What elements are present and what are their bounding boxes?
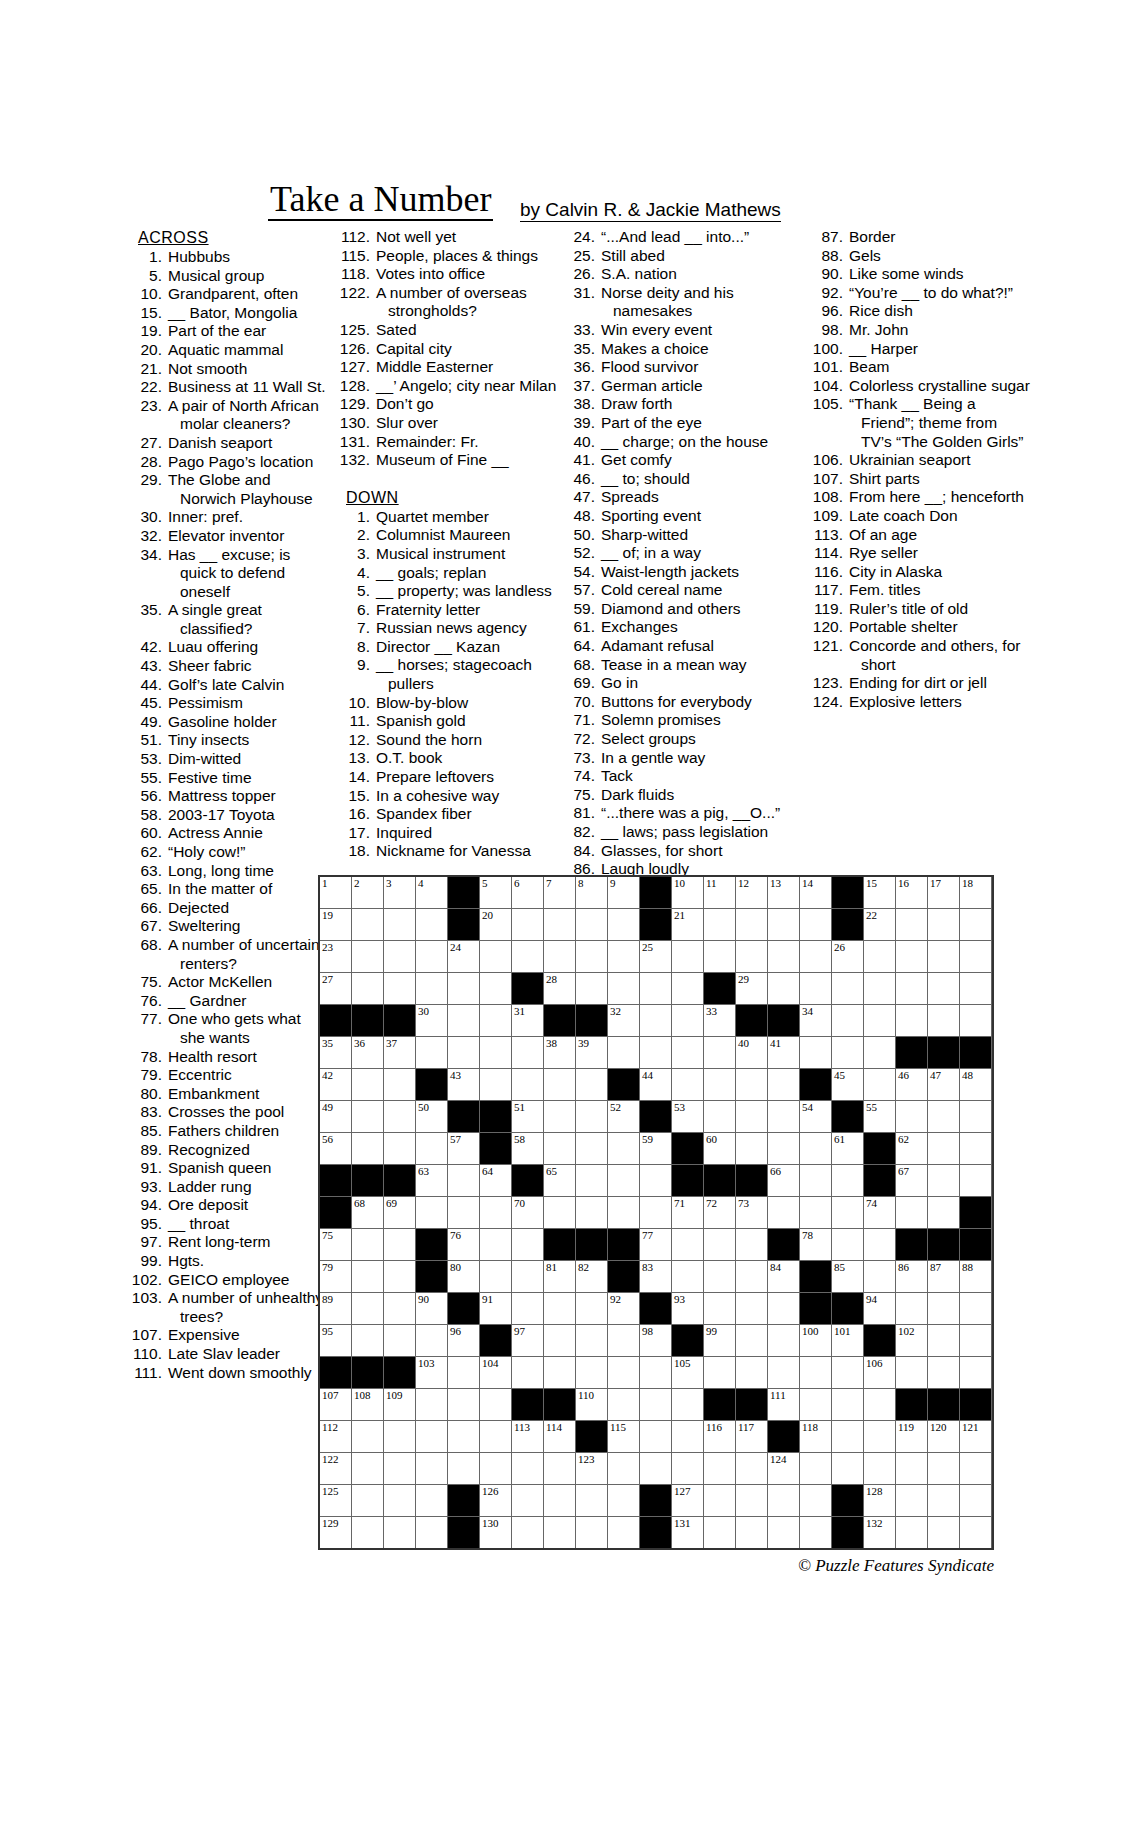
grid-cell[interactable]: [416, 1485, 447, 1516]
grid-cell[interactable]: [928, 1005, 959, 1036]
grid-cell[interactable]: 6: [512, 877, 543, 908]
grid-cell[interactable]: [416, 973, 447, 1004]
grid-cell[interactable]: [960, 1517, 991, 1548]
grid-cell[interactable]: 41: [768, 1037, 799, 1068]
grid-cell[interactable]: [608, 1485, 639, 1516]
grid-cell[interactable]: 78: [800, 1229, 831, 1260]
grid-cell[interactable]: 69: [384, 1197, 415, 1228]
grid-cell[interactable]: [800, 941, 831, 972]
grid-cell[interactable]: [832, 1357, 863, 1388]
grid-cell[interactable]: [864, 973, 895, 1004]
grid-cell[interactable]: [480, 1421, 511, 1452]
grid-cell[interactable]: [448, 973, 479, 1004]
grid-cell[interactable]: 109: [384, 1389, 415, 1420]
grid-cell[interactable]: [448, 1421, 479, 1452]
grid-cell[interactable]: 68: [352, 1197, 383, 1228]
grid-cell[interactable]: [608, 1357, 639, 1388]
grid-cell[interactable]: [544, 1357, 575, 1388]
grid-cell[interactable]: 12: [736, 877, 767, 908]
grid-cell[interactable]: [800, 1197, 831, 1228]
grid-cell[interactable]: 52: [608, 1101, 639, 1132]
grid-cell[interactable]: [960, 1165, 991, 1196]
grid-cell[interactable]: [928, 1293, 959, 1324]
grid-cell[interactable]: [448, 1357, 479, 1388]
grid-cell[interactable]: 110: [576, 1389, 607, 1420]
grid-cell[interactable]: [864, 1453, 895, 1484]
grid-cell[interactable]: [544, 1133, 575, 1164]
grid-cell[interactable]: [480, 1069, 511, 1100]
grid-cell[interactable]: [832, 1229, 863, 1260]
grid-cell[interactable]: 83: [640, 1261, 671, 1292]
grid-cell[interactable]: [448, 1165, 479, 1196]
grid-cell[interactable]: [768, 1101, 799, 1132]
grid-cell[interactable]: [704, 1069, 735, 1100]
grid-cell[interactable]: 81: [544, 1261, 575, 1292]
grid-cell[interactable]: 100: [800, 1325, 831, 1356]
grid-cell[interactable]: 24: [448, 941, 479, 972]
grid-cell[interactable]: [960, 1485, 991, 1516]
grid-cell[interactable]: 108: [352, 1389, 383, 1420]
grid-cell[interactable]: [640, 1197, 671, 1228]
grid-cell[interactable]: 21: [672, 909, 703, 940]
grid-cell[interactable]: 9: [608, 877, 639, 908]
grid-cell[interactable]: [544, 1325, 575, 1356]
grid-cell[interactable]: [768, 1325, 799, 1356]
grid-cell[interactable]: 2: [352, 877, 383, 908]
grid-cell[interactable]: [928, 1453, 959, 1484]
grid-cell[interactable]: [608, 909, 639, 940]
grid-cell[interactable]: [768, 1293, 799, 1324]
grid-cell[interactable]: [608, 1517, 639, 1548]
grid-cell[interactable]: [768, 1069, 799, 1100]
grid-cell[interactable]: 16: [896, 877, 927, 908]
grid-cell[interactable]: 72: [704, 1197, 735, 1228]
grid-cell[interactable]: [384, 909, 415, 940]
grid-cell[interactable]: [768, 1517, 799, 1548]
grid-cell[interactable]: [864, 1069, 895, 1100]
grid-cell[interactable]: [800, 973, 831, 1004]
grid-cell[interactable]: [576, 1101, 607, 1132]
grid-cell[interactable]: [480, 941, 511, 972]
grid-cell[interactable]: 37: [384, 1037, 415, 1068]
grid-cell[interactable]: 77: [640, 1229, 671, 1260]
grid-cell[interactable]: [544, 1453, 575, 1484]
grid-cell[interactable]: 131: [672, 1517, 703, 1548]
grid-cell[interactable]: 38: [544, 1037, 575, 1068]
grid-cell[interactable]: [352, 1453, 383, 1484]
grid-cell[interactable]: [896, 909, 927, 940]
grid-cell[interactable]: 120: [928, 1421, 959, 1452]
grid-cell[interactable]: [416, 1133, 447, 1164]
grid-cell[interactable]: [832, 1453, 863, 1484]
grid-cell[interactable]: 59: [640, 1133, 671, 1164]
grid-cell[interactable]: [352, 1069, 383, 1100]
grid-cell[interactable]: [928, 1197, 959, 1228]
grid-cell[interactable]: [384, 1229, 415, 1260]
grid-cell[interactable]: [512, 1357, 543, 1388]
grid-cell[interactable]: [896, 1357, 927, 1388]
grid-cell[interactable]: [960, 1005, 991, 1036]
grid-cell[interactable]: [608, 941, 639, 972]
grid-cell[interactable]: 50: [416, 1101, 447, 1132]
grid-cell[interactable]: 99: [704, 1325, 735, 1356]
grid-cell[interactable]: [352, 1485, 383, 1516]
grid-cell[interactable]: [480, 1229, 511, 1260]
grid-cell[interactable]: 113: [512, 1421, 543, 1452]
grid-cell[interactable]: [704, 1293, 735, 1324]
grid-cell[interactable]: 60: [704, 1133, 735, 1164]
grid-cell[interactable]: [672, 973, 703, 1004]
grid-cell[interactable]: [384, 1133, 415, 1164]
grid-cell[interactable]: 26: [832, 941, 863, 972]
grid-cell[interactable]: [704, 1357, 735, 1388]
grid-cell[interactable]: [608, 1165, 639, 1196]
grid-cell[interactable]: [640, 1453, 671, 1484]
grid-cell[interactable]: [960, 1101, 991, 1132]
grid-cell[interactable]: 124: [768, 1453, 799, 1484]
grid-cell[interactable]: 39: [576, 1037, 607, 1068]
grid-cell[interactable]: 129: [320, 1517, 351, 1548]
grid-cell[interactable]: [544, 1197, 575, 1228]
grid-cell[interactable]: [640, 1357, 671, 1388]
grid-cell[interactable]: 13: [768, 877, 799, 908]
grid-cell[interactable]: [576, 1485, 607, 1516]
grid-cell[interactable]: [352, 1261, 383, 1292]
grid-cell[interactable]: [896, 1293, 927, 1324]
grid-cell[interactable]: 79: [320, 1261, 351, 1292]
grid-cell[interactable]: [512, 909, 543, 940]
grid-cell[interactable]: [512, 1517, 543, 1548]
grid-cell[interactable]: [960, 1357, 991, 1388]
grid-cell[interactable]: 65: [544, 1165, 575, 1196]
grid-cell[interactable]: [704, 1037, 735, 1068]
grid-cell[interactable]: 22: [864, 909, 895, 940]
grid-cell[interactable]: 4: [416, 877, 447, 908]
grid-cell[interactable]: [512, 1037, 543, 1068]
grid-cell[interactable]: 128: [864, 1485, 895, 1516]
grid-cell[interactable]: 7: [544, 877, 575, 908]
grid-cell[interactable]: [928, 909, 959, 940]
grid-cell[interactable]: 75: [320, 1229, 351, 1260]
grid-cell[interactable]: [736, 1325, 767, 1356]
grid-cell[interactable]: 18: [960, 877, 991, 908]
grid-cell[interactable]: 122: [320, 1453, 351, 1484]
grid-cell[interactable]: [640, 1005, 671, 1036]
grid-cell[interactable]: [768, 1133, 799, 1164]
grid-cell[interactable]: [832, 1197, 863, 1228]
grid-cell[interactable]: [928, 1325, 959, 1356]
grid-cell[interactable]: [864, 1229, 895, 1260]
grid-cell[interactable]: 25: [640, 941, 671, 972]
grid-cell[interactable]: 97: [512, 1325, 543, 1356]
grid-cell[interactable]: [832, 1165, 863, 1196]
grid-cell[interactable]: [768, 909, 799, 940]
grid-cell[interactable]: [384, 1453, 415, 1484]
grid-cell[interactable]: [544, 1485, 575, 1516]
grid-cell[interactable]: [416, 1197, 447, 1228]
grid-cell[interactable]: [704, 1261, 735, 1292]
grid-cell[interactable]: 54: [800, 1101, 831, 1132]
grid-cell[interactable]: [672, 1389, 703, 1420]
grid-cell[interactable]: 126: [480, 1485, 511, 1516]
grid-cell[interactable]: [544, 1517, 575, 1548]
grid-cell[interactable]: [768, 1197, 799, 1228]
grid-cell[interactable]: 125: [320, 1485, 351, 1516]
grid-cell[interactable]: [736, 1069, 767, 1100]
grid-cell[interactable]: [800, 1037, 831, 1068]
grid-cell[interactable]: [480, 1261, 511, 1292]
grid-cell[interactable]: [736, 1485, 767, 1516]
grid-cell[interactable]: [800, 1357, 831, 1388]
grid-cell[interactable]: 91: [480, 1293, 511, 1324]
grid-cell[interactable]: 84: [768, 1261, 799, 1292]
grid-cell[interactable]: [512, 941, 543, 972]
grid-cell[interactable]: [384, 1325, 415, 1356]
grid-cell[interactable]: 28: [544, 973, 575, 1004]
grid-cell[interactable]: 47: [928, 1069, 959, 1100]
grid-cell[interactable]: [480, 1197, 511, 1228]
grid-cell[interactable]: [672, 1421, 703, 1452]
grid-cell[interactable]: 5: [480, 877, 511, 908]
grid-cell[interactable]: [608, 1133, 639, 1164]
grid-cell[interactable]: [576, 1197, 607, 1228]
grid-cell[interactable]: [352, 909, 383, 940]
grid-cell[interactable]: [896, 941, 927, 972]
grid-cell[interactable]: [576, 941, 607, 972]
grid-cell[interactable]: 45: [832, 1069, 863, 1100]
grid-cell[interactable]: [608, 973, 639, 1004]
grid-cell[interactable]: [800, 1165, 831, 1196]
grid-cell[interactable]: [640, 973, 671, 1004]
grid-cell[interactable]: [352, 941, 383, 972]
grid-cell[interactable]: [928, 973, 959, 1004]
grid-cell[interactable]: 56: [320, 1133, 351, 1164]
grid-cell[interactable]: [928, 1517, 959, 1548]
grid-cell[interactable]: 74: [864, 1197, 895, 1228]
grid-cell[interactable]: 121: [960, 1421, 991, 1452]
grid-cell[interactable]: 14: [800, 877, 831, 908]
grid-cell[interactable]: 36: [352, 1037, 383, 1068]
grid-cell[interactable]: [544, 941, 575, 972]
grid-cell[interactable]: [800, 909, 831, 940]
grid-cell[interactable]: 34: [800, 1005, 831, 1036]
grid-cell[interactable]: 61: [832, 1133, 863, 1164]
grid-cell[interactable]: [832, 1389, 863, 1420]
grid-cell[interactable]: [512, 1293, 543, 1324]
grid-cell[interactable]: 29: [736, 973, 767, 1004]
grid-cell[interactable]: 57: [448, 1133, 479, 1164]
grid-cell[interactable]: 3: [384, 877, 415, 908]
grid-cell[interactable]: [544, 909, 575, 940]
grid-cell[interactable]: [416, 909, 447, 940]
grid-cell[interactable]: [704, 1517, 735, 1548]
grid-cell[interactable]: [480, 1037, 511, 1068]
grid-cell[interactable]: [736, 1133, 767, 1164]
grid-cell[interactable]: 82: [576, 1261, 607, 1292]
grid-cell[interactable]: [416, 1517, 447, 1548]
grid-cell[interactable]: 101: [832, 1325, 863, 1356]
grid-cell[interactable]: 71: [672, 1197, 703, 1228]
grid-cell[interactable]: [480, 1005, 511, 1036]
grid-cell[interactable]: 62: [896, 1133, 927, 1164]
grid-cell[interactable]: [896, 1517, 927, 1548]
grid-cell[interactable]: [352, 1133, 383, 1164]
grid-cell[interactable]: 114: [544, 1421, 575, 1452]
grid-cell[interactable]: 58: [512, 1133, 543, 1164]
grid-cell[interactable]: [512, 1261, 543, 1292]
grid-cell[interactable]: [896, 1197, 927, 1228]
grid-cell[interactable]: [384, 1421, 415, 1452]
grid-cell[interactable]: [512, 1453, 543, 1484]
grid-cell[interactable]: [576, 1325, 607, 1356]
grid-cell[interactable]: 105: [672, 1357, 703, 1388]
grid-cell[interactable]: [544, 1069, 575, 1100]
grid-cell[interactable]: 106: [864, 1357, 895, 1388]
grid-cell[interactable]: [928, 1133, 959, 1164]
grid-cell[interactable]: 132: [864, 1517, 895, 1548]
grid-cell[interactable]: 35: [320, 1037, 351, 1068]
grid-cell[interactable]: [576, 1133, 607, 1164]
grid-cell[interactable]: [480, 1453, 511, 1484]
grid-cell[interactable]: 8: [576, 877, 607, 908]
grid-cell[interactable]: [640, 1037, 671, 1068]
grid-cell[interactable]: [960, 941, 991, 972]
grid-cell[interactable]: [960, 1133, 991, 1164]
grid-cell[interactable]: 130: [480, 1517, 511, 1548]
grid-cell[interactable]: [960, 1293, 991, 1324]
grid-cell[interactable]: 66: [768, 1165, 799, 1196]
grid-cell[interactable]: [448, 1453, 479, 1484]
grid-cell[interactable]: [672, 1069, 703, 1100]
grid-cell[interactable]: [576, 909, 607, 940]
grid-cell[interactable]: [608, 1453, 639, 1484]
grid-cell[interactable]: 48: [960, 1069, 991, 1100]
grid-cell[interactable]: 118: [800, 1421, 831, 1452]
grid-cell[interactable]: 102: [896, 1325, 927, 1356]
grid-cell[interactable]: 53: [672, 1101, 703, 1132]
grid-cell[interactable]: [928, 1165, 959, 1196]
grid-cell[interactable]: 32: [608, 1005, 639, 1036]
grid-cell[interactable]: 63: [416, 1165, 447, 1196]
grid-cell[interactable]: [896, 1005, 927, 1036]
grid-cell[interactable]: 104: [480, 1357, 511, 1388]
grid-cell[interactable]: 73: [736, 1197, 767, 1228]
grid-cell[interactable]: 55: [864, 1101, 895, 1132]
grid-cell[interactable]: [704, 1229, 735, 1260]
grid-cell[interactable]: [608, 1325, 639, 1356]
grid-cell[interactable]: [896, 1485, 927, 1516]
grid-cell[interactable]: [448, 1005, 479, 1036]
grid-cell[interactable]: [896, 973, 927, 1004]
grid-cell[interactable]: [384, 1069, 415, 1100]
grid-cell[interactable]: [768, 1485, 799, 1516]
grid-cell[interactable]: [864, 941, 895, 972]
grid-cell[interactable]: [640, 1165, 671, 1196]
grid-cell[interactable]: 119: [896, 1421, 927, 1452]
grid-cell[interactable]: [448, 1197, 479, 1228]
grid-cell[interactable]: [864, 1421, 895, 1452]
grid-cell[interactable]: 76: [448, 1229, 479, 1260]
grid-cell[interactable]: [864, 1037, 895, 1068]
grid-cell[interactable]: 115: [608, 1421, 639, 1452]
grid-cell[interactable]: 127: [672, 1485, 703, 1516]
grid-cell[interactable]: 80: [448, 1261, 479, 1292]
grid-cell[interactable]: [672, 1037, 703, 1068]
grid-cell[interactable]: [864, 1005, 895, 1036]
grid-cell[interactable]: [672, 1261, 703, 1292]
grid-cell[interactable]: [736, 1261, 767, 1292]
grid-cell[interactable]: [832, 1421, 863, 1452]
grid-cell[interactable]: [704, 1485, 735, 1516]
grid-cell[interactable]: 89: [320, 1293, 351, 1324]
grid-cell[interactable]: [480, 973, 511, 1004]
grid-cell[interactable]: 11: [704, 877, 735, 908]
grid-cell[interactable]: [416, 1453, 447, 1484]
grid-cell[interactable]: [832, 973, 863, 1004]
grid-cell[interactable]: 27: [320, 973, 351, 1004]
grid-cell[interactable]: [736, 909, 767, 940]
grid-cell[interactable]: [704, 1453, 735, 1484]
grid-cell[interactable]: 111: [768, 1389, 799, 1420]
grid-cell[interactable]: 93: [672, 1293, 703, 1324]
grid-cell[interactable]: 46: [896, 1069, 927, 1100]
grid-cell[interactable]: [928, 1485, 959, 1516]
grid-cell[interactable]: [960, 1453, 991, 1484]
grid-cell[interactable]: 90: [416, 1293, 447, 1324]
grid-cell[interactable]: 19: [320, 909, 351, 940]
grid-cell[interactable]: [672, 1005, 703, 1036]
grid-cell[interactable]: [704, 909, 735, 940]
grid-cell[interactable]: 96: [448, 1325, 479, 1356]
grid-cell[interactable]: [736, 1453, 767, 1484]
grid-cell[interactable]: [928, 1357, 959, 1388]
grid-cell[interactable]: [416, 1037, 447, 1068]
grid-cell[interactable]: 70: [512, 1197, 543, 1228]
grid-cell[interactable]: [352, 1101, 383, 1132]
grid-cell[interactable]: [736, 1293, 767, 1324]
grid-cell[interactable]: 44: [640, 1069, 671, 1100]
grid-cell[interactable]: [448, 1037, 479, 1068]
grid-cell[interactable]: 107: [320, 1389, 351, 1420]
grid-cell[interactable]: [576, 1517, 607, 1548]
grid-cell[interactable]: 1: [320, 877, 351, 908]
grid-cell[interactable]: [608, 1037, 639, 1068]
grid-cell[interactable]: [416, 1325, 447, 1356]
grid-cell[interactable]: 30: [416, 1005, 447, 1036]
grid-cell[interactable]: [672, 941, 703, 972]
grid-cell[interactable]: [352, 1293, 383, 1324]
grid-cell[interactable]: [704, 941, 735, 972]
grid-cell[interactable]: [352, 1421, 383, 1452]
grid-cell[interactable]: 87: [928, 1261, 959, 1292]
grid-cell[interactable]: [864, 1389, 895, 1420]
grid-cell[interactable]: [800, 1453, 831, 1484]
grid-cell[interactable]: 51: [512, 1101, 543, 1132]
grid-cell[interactable]: 20: [480, 909, 511, 940]
grid-cell[interactable]: [768, 973, 799, 1004]
grid-cell[interactable]: [352, 1517, 383, 1548]
grid-cell[interactable]: [480, 1389, 511, 1420]
grid-cell[interactable]: [768, 941, 799, 972]
grid-cell[interactable]: [928, 941, 959, 972]
grid-cell[interactable]: 40: [736, 1037, 767, 1068]
grid-cell[interactable]: [928, 1101, 959, 1132]
grid-cell[interactable]: 43: [448, 1069, 479, 1100]
grid-cell[interactable]: 88: [960, 1261, 991, 1292]
grid-cell[interactable]: [512, 1485, 543, 1516]
grid-cell[interactable]: 123: [576, 1453, 607, 1484]
grid-cell[interactable]: 95: [320, 1325, 351, 1356]
